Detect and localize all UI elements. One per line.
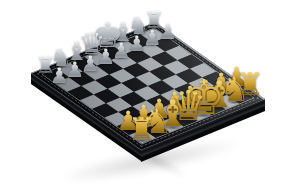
chess-set-photo: ♜♞♟♝♟♚♟♛♟♝♟♞♟♜♟♟♟♟♜♟♞♟♝♟♚♟♛♟♝♟♞♜: [0, 0, 294, 187]
piece-silver-pawn-a7[interactable]: ♟: [50, 65, 69, 86]
piece-gold-rook-a1[interactable]: ♜: [128, 114, 156, 145]
